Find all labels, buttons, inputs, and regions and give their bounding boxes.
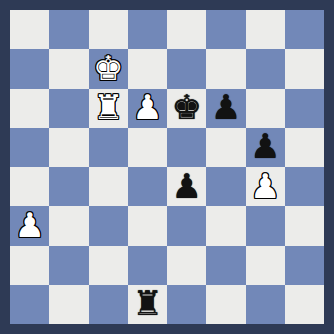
square-c5[interactable] (89, 128, 128, 167)
square-h5[interactable] (285, 128, 324, 167)
square-e5[interactable] (167, 128, 206, 167)
square-f4[interactable] (206, 167, 245, 206)
chess-board: ♚♜♟♚♟♟♟♟♟♜ (10, 10, 324, 324)
square-c2[interactable] (89, 246, 128, 285)
square-g4[interactable]: ♟ (246, 167, 285, 206)
square-b5[interactable] (49, 128, 88, 167)
square-e8[interactable] (167, 10, 206, 49)
square-a8[interactable] (10, 10, 49, 49)
square-e6[interactable]: ♚ (167, 89, 206, 128)
white-king-c7: ♚ (93, 51, 123, 85)
square-f2[interactable] (206, 246, 245, 285)
square-b7[interactable] (49, 49, 88, 88)
square-b8[interactable] (49, 10, 88, 49)
square-b2[interactable] (49, 246, 88, 285)
square-f1[interactable] (206, 285, 245, 324)
board-frame: ♚♜♟♚♟♟♟♟♟♜ (0, 0, 334, 334)
square-g2[interactable] (246, 246, 285, 285)
square-d7[interactable] (128, 49, 167, 88)
square-f3[interactable] (206, 206, 245, 245)
square-e4[interactable]: ♟ (167, 167, 206, 206)
black-pawn-f6: ♟ (211, 90, 241, 124)
square-f7[interactable] (206, 49, 245, 88)
square-d8[interactable] (128, 10, 167, 49)
square-c3[interactable] (89, 206, 128, 245)
square-a4[interactable] (10, 167, 49, 206)
square-h2[interactable] (285, 246, 324, 285)
square-g1[interactable] (246, 285, 285, 324)
square-e2[interactable] (167, 246, 206, 285)
white-pawn-d6: ♟ (132, 90, 162, 124)
square-a3[interactable]: ♟ (10, 206, 49, 245)
black-pawn-e4: ♟ (171, 169, 201, 203)
square-e3[interactable] (167, 206, 206, 245)
black-king-e6: ♚ (171, 90, 201, 124)
square-f6[interactable]: ♟ (206, 89, 245, 128)
square-b1[interactable] (49, 285, 88, 324)
square-h8[interactable] (285, 10, 324, 49)
square-c4[interactable] (89, 167, 128, 206)
square-g7[interactable] (246, 49, 285, 88)
square-a5[interactable] (10, 128, 49, 167)
square-c7[interactable]: ♚ (89, 49, 128, 88)
square-g5[interactable]: ♟ (246, 128, 285, 167)
white-pawn-g4: ♟ (250, 169, 280, 203)
square-g6[interactable] (246, 89, 285, 128)
square-f5[interactable] (206, 128, 245, 167)
square-g8[interactable] (246, 10, 285, 49)
square-g3[interactable] (246, 206, 285, 245)
square-h7[interactable] (285, 49, 324, 88)
black-rook-d1: ♜ (132, 286, 162, 320)
square-d2[interactable] (128, 246, 167, 285)
square-c8[interactable] (89, 10, 128, 49)
square-e1[interactable] (167, 285, 206, 324)
square-b4[interactable] (49, 167, 88, 206)
square-a6[interactable] (10, 89, 49, 128)
square-a2[interactable] (10, 246, 49, 285)
square-e7[interactable] (167, 49, 206, 88)
square-b6[interactable] (49, 89, 88, 128)
square-c1[interactable] (89, 285, 128, 324)
square-d1[interactable]: ♜ (128, 285, 167, 324)
square-h1[interactable] (285, 285, 324, 324)
square-h4[interactable] (285, 167, 324, 206)
square-f8[interactable] (206, 10, 245, 49)
square-a1[interactable] (10, 285, 49, 324)
square-d5[interactable] (128, 128, 167, 167)
white-rook-c6: ♜ (93, 90, 123, 124)
black-pawn-g5: ♟ (250, 129, 280, 163)
square-a7[interactable] (10, 49, 49, 88)
square-h6[interactable] (285, 89, 324, 128)
square-d4[interactable] (128, 167, 167, 206)
white-pawn-a3: ♟ (14, 208, 44, 242)
square-c6[interactable]: ♜ (89, 89, 128, 128)
square-d6[interactable]: ♟ (128, 89, 167, 128)
square-d3[interactable] (128, 206, 167, 245)
square-b3[interactable] (49, 206, 88, 245)
square-h3[interactable] (285, 206, 324, 245)
